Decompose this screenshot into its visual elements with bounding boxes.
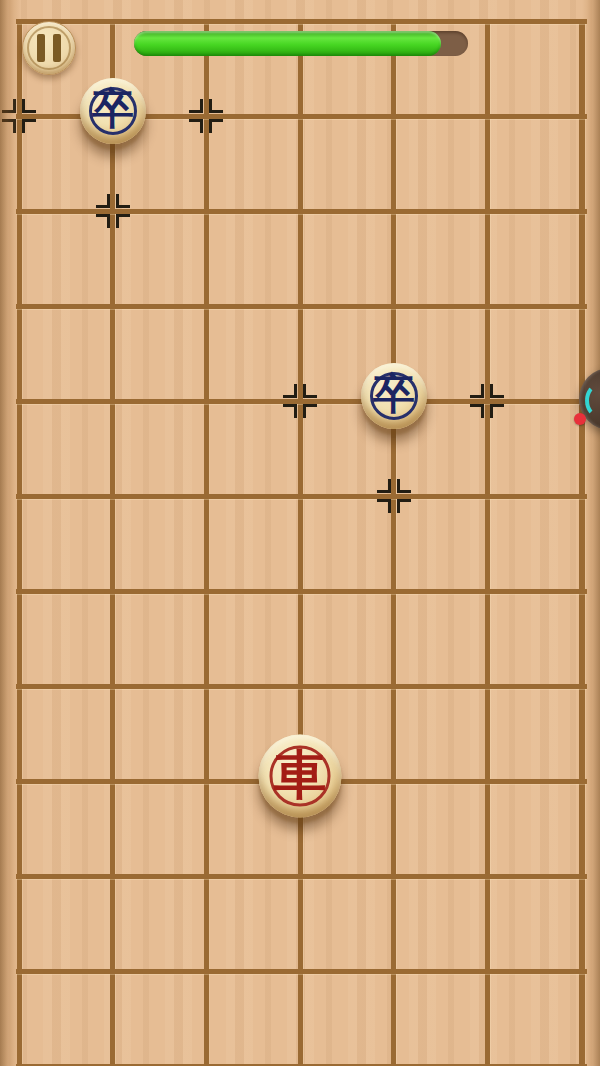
move-marker-bracket: [96, 214, 110, 228]
move-marker-bracket: [189, 119, 203, 133]
move-marker-bracket: [303, 404, 317, 418]
move-marker[interactable]: [2, 99, 36, 133]
piece-glyph: 卒: [92, 88, 134, 130]
move-marker-bracket: [116, 194, 130, 208]
move-marker-bracket: [22, 119, 36, 133]
move-marker-bracket: [283, 384, 297, 398]
grid-vertical-line: [110, 19, 115, 1066]
grid-vertical-line: [485, 19, 490, 1066]
grid-horizontal-line: [16, 494, 587, 499]
pause-button-ring: [27, 26, 71, 70]
pause-button[interactable]: [22, 21, 76, 75]
move-marker[interactable]: [470, 384, 504, 418]
grid-vertical-line: [579, 19, 585, 1066]
move-marker-bracket: [2, 99, 16, 113]
grid-horizontal-line: [16, 19, 587, 24]
move-marker-bracket: [303, 384, 317, 398]
progress-fill: [134, 31, 441, 56]
move-marker-bracket: [470, 384, 484, 398]
move-marker-bracket: [377, 499, 391, 513]
piece-red-chariot[interactable]: 車: [259, 735, 342, 818]
grid-vertical-line: [204, 19, 209, 1066]
move-marker[interactable]: [283, 384, 317, 418]
grid-horizontal-line: [16, 589, 587, 594]
piece-glyph: 車: [274, 748, 327, 801]
move-marker-bracket: [470, 404, 484, 418]
move-marker-bracket: [397, 499, 411, 513]
move-marker[interactable]: [96, 194, 130, 228]
move-marker[interactable]: [377, 479, 411, 513]
move-marker-bracket: [96, 194, 110, 208]
move-marker-bracket: [490, 384, 504, 398]
notification-dot: [574, 413, 586, 425]
grid-horizontal-line: [16, 969, 587, 974]
move-marker-bracket: [116, 214, 130, 228]
grid-horizontal-line: [16, 684, 587, 689]
piece-black-soldier[interactable]: 卒: [80, 78, 146, 144]
grid-horizontal-line: [16, 304, 587, 309]
piece-black-soldier[interactable]: 卒: [361, 363, 427, 429]
grid-vertical-line: [298, 19, 303, 1066]
move-marker-bracket: [189, 99, 203, 113]
move-marker-bracket: [209, 119, 223, 133]
move-marker-bracket: [22, 99, 36, 113]
grid-horizontal-line: [16, 874, 587, 879]
crescent-arc-icon: [585, 383, 600, 418]
move-marker-bracket: [490, 404, 504, 418]
game-screen: 卒卒車: [0, 0, 600, 1066]
piece-glyph: 卒: [373, 373, 415, 415]
move-marker[interactable]: [189, 99, 223, 133]
move-marker-bracket: [397, 479, 411, 493]
progress-bar: [134, 31, 468, 56]
xiangqi-board[interactable]: 卒卒車: [0, 0, 600, 1066]
move-marker-bracket: [209, 99, 223, 113]
grid-vertical-line: [17, 19, 22, 1066]
move-marker-bracket: [283, 404, 297, 418]
move-marker-bracket: [2, 119, 16, 133]
grid-vertical-line: [391, 19, 396, 1066]
move-marker-bracket: [377, 479, 391, 493]
